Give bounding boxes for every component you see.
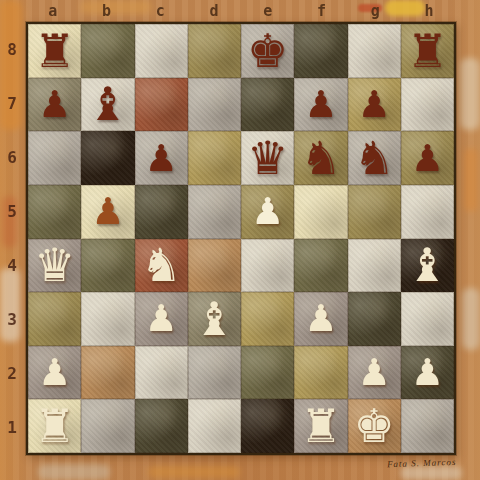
- dark-pawn-c6[interactable]: ♟: [145, 140, 178, 177]
- square-f4[interactable]: [294, 239, 347, 293]
- paint-smudge: [464, 148, 478, 212]
- square-c8[interactable]: [135, 24, 188, 78]
- dark-queen-e6[interactable]: ♛: [247, 135, 288, 181]
- square-g6[interactable]: ♞: [348, 131, 401, 185]
- white-pawn-f3[interactable]: ♟: [304, 300, 337, 337]
- file-labels: abcdefgh: [26, 2, 456, 20]
- square-f8[interactable]: [294, 24, 347, 78]
- file-label-h: h: [402, 2, 456, 20]
- square-d5[interactable]: [188, 185, 241, 239]
- square-g5[interactable]: [348, 185, 401, 239]
- dark-king-e8[interactable]: ♚: [247, 28, 288, 74]
- square-g2[interactable]: ♟: [348, 346, 401, 400]
- square-h4[interactable]: ♝: [401, 239, 454, 293]
- white-rook-a1[interactable]: ♜: [34, 403, 75, 449]
- white-pawn-a2[interactable]: ♟: [38, 354, 71, 391]
- square-c2[interactable]: [135, 346, 188, 400]
- square-g8[interactable]: [348, 24, 401, 78]
- file-label-f: f: [295, 2, 349, 20]
- white-bishop-d3[interactable]: ♝: [194, 296, 235, 342]
- paint-smudge: [148, 466, 240, 478]
- white-bishop-h4[interactable]: ♝: [407, 242, 448, 288]
- square-c1[interactable]: [135, 399, 188, 453]
- square-f7[interactable]: ♟: [294, 78, 347, 132]
- square-c5[interactable]: [135, 185, 188, 239]
- square-c3[interactable]: ♟: [135, 292, 188, 346]
- square-b7[interactable]: ♝: [81, 78, 134, 132]
- rank-label-6: 6: [2, 130, 22, 184]
- dark-pawn-a7[interactable]: ♟: [38, 86, 71, 123]
- square-a7[interactable]: ♟: [28, 78, 81, 132]
- file-label-e: e: [241, 2, 295, 20]
- rank-label-8: 8: [2, 22, 22, 76]
- dark-pawn-h6[interactable]: ♟: [411, 140, 444, 177]
- paint-smudge: [460, 58, 480, 130]
- square-e1[interactable]: [241, 399, 294, 453]
- square-e3[interactable]: [241, 292, 294, 346]
- paint-smudge: [38, 464, 110, 480]
- square-b2[interactable]: [81, 346, 134, 400]
- file-label-c: c: [134, 2, 188, 20]
- dark-pawn-b5[interactable]: ♟: [91, 193, 124, 230]
- rank-labels: 87654321: [2, 22, 22, 455]
- square-g7[interactable]: ♟: [348, 78, 401, 132]
- square-e2[interactable]: [241, 346, 294, 400]
- square-f6[interactable]: ♞: [294, 131, 347, 185]
- file-label-d: d: [187, 2, 241, 20]
- square-f2[interactable]: [294, 346, 347, 400]
- square-d2[interactable]: [188, 346, 241, 400]
- rank-label-4: 4: [2, 239, 22, 293]
- square-g4[interactable]: [348, 239, 401, 293]
- square-e6[interactable]: ♛: [241, 131, 294, 185]
- white-pawn-g2[interactable]: ♟: [358, 354, 391, 391]
- dark-rook-a8[interactable]: ♜: [34, 28, 75, 74]
- square-a1[interactable]: ♜: [28, 399, 81, 453]
- dark-knight-f6[interactable]: ♞: [300, 135, 341, 181]
- square-b4[interactable]: [81, 239, 134, 293]
- square-h5[interactable]: [401, 185, 454, 239]
- square-e4[interactable]: [241, 239, 294, 293]
- board[interactable]: ♜♚♜♟♝♟♟♟♛♞♞♟♟♟♛♞♝♟♝♟♟♟♟♜♜♚: [26, 22, 456, 455]
- square-b3[interactable]: [81, 292, 134, 346]
- white-queen-a4[interactable]: ♛: [34, 242, 75, 288]
- square-d3[interactable]: ♝: [188, 292, 241, 346]
- square-d8[interactable]: [188, 24, 241, 78]
- square-e7[interactable]: [241, 78, 294, 132]
- file-label-b: b: [80, 2, 134, 20]
- rank-label-3: 3: [2, 293, 22, 347]
- square-a3[interactable]: [28, 292, 81, 346]
- square-a6[interactable]: [28, 131, 81, 185]
- file-label-a: a: [26, 2, 80, 20]
- square-d1[interactable]: [188, 399, 241, 453]
- square-d4[interactable]: [188, 239, 241, 293]
- dark-pawn-g7[interactable]: ♟: [358, 86, 391, 123]
- square-a4[interactable]: ♛: [28, 239, 81, 293]
- rank-label-7: 7: [2, 76, 22, 130]
- square-a2[interactable]: ♟: [28, 346, 81, 400]
- square-h2[interactable]: ♟: [401, 346, 454, 400]
- square-a5[interactable]: [28, 185, 81, 239]
- paint-smudge: [462, 288, 480, 350]
- rank-label-2: 2: [2, 347, 22, 401]
- white-pawn-e5[interactable]: ♟: [251, 193, 284, 230]
- square-c7[interactable]: [135, 78, 188, 132]
- square-h1[interactable]: [401, 399, 454, 453]
- white-rook-f1[interactable]: ♜: [300, 403, 341, 449]
- square-b1[interactable]: [81, 399, 134, 453]
- dark-bishop-b7[interactable]: ♝: [87, 81, 128, 127]
- square-b5[interactable]: ♟: [81, 185, 134, 239]
- white-pawn-c3[interactable]: ♟: [145, 300, 178, 337]
- square-g1[interactable]: ♚: [348, 399, 401, 453]
- dark-knight-g6[interactable]: ♞: [354, 135, 395, 181]
- square-f1[interactable]: ♜: [294, 399, 347, 453]
- rank-label-5: 5: [2, 184, 22, 238]
- rank-label-1: 1: [2, 401, 22, 455]
- square-c6[interactable]: ♟: [135, 131, 188, 185]
- white-knight-c4[interactable]: ♞: [141, 242, 182, 288]
- file-label-g: g: [349, 2, 403, 20]
- dark-pawn-f7[interactable]: ♟: [304, 86, 337, 123]
- square-h3[interactable]: [401, 292, 454, 346]
- white-pawn-h2[interactable]: ♟: [411, 354, 444, 391]
- square-h6[interactable]: ♟: [401, 131, 454, 185]
- square-f3[interactable]: ♟: [294, 292, 347, 346]
- square-d7[interactable]: [188, 78, 241, 132]
- square-a8[interactable]: ♜: [28, 24, 81, 78]
- square-e8[interactable]: ♚: [241, 24, 294, 78]
- dark-rook-h8[interactable]: ♜: [407, 28, 448, 74]
- square-e5[interactable]: ♟: [241, 185, 294, 239]
- square-c4[interactable]: ♞: [135, 239, 188, 293]
- white-king-g1[interactable]: ♚: [354, 403, 395, 449]
- square-g3[interactable]: [348, 292, 401, 346]
- square-b8[interactable]: [81, 24, 134, 78]
- square-d6[interactable]: [188, 131, 241, 185]
- square-h7[interactable]: [401, 78, 454, 132]
- square-h8[interactable]: ♜: [401, 24, 454, 78]
- artist-signature: Fata S. Marcos: [386, 457, 456, 469]
- square-f5[interactable]: [294, 185, 347, 239]
- square-b6[interactable]: [81, 131, 134, 185]
